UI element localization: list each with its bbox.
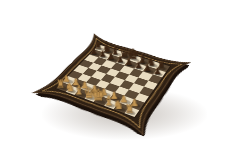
black-pawn: ♟: [99, 50, 107, 58]
black-pawn: ♟: [153, 67, 161, 76]
white-knight: ♞: [113, 99, 124, 111]
black-pawn: ♟: [90, 47, 98, 55]
product-photo-scene: ♜♞♝♛♚♝♞♜♟♟♟♟♟♟♟♟♟♟♟♟♟♟♟♟♜♞♝♛♚♝♞♜: [0, 0, 240, 150]
black-pawn: ♟: [116, 55, 124, 64]
square-d5: [106, 68, 120, 77]
black-pawn: ♟: [107, 53, 115, 62]
black-pawn: ♟: [134, 61, 142, 70]
white-rook: ♜: [124, 104, 134, 115]
black-pawn: ♟: [125, 58, 133, 67]
black-pawn: ♟: [144, 64, 152, 73]
